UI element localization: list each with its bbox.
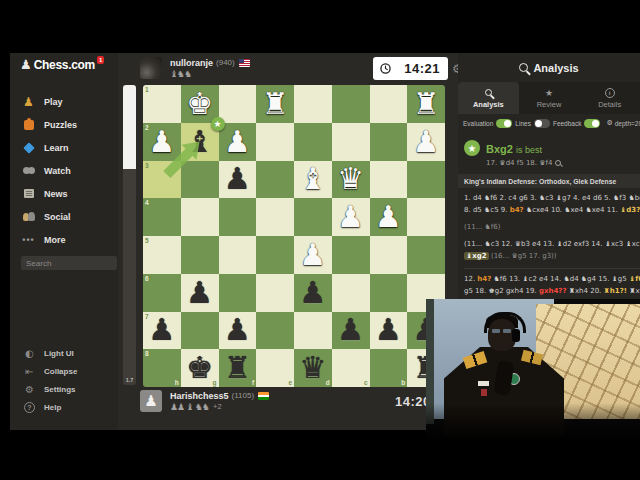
- square-h7[interactable]: ♟7: [143, 312, 181, 350]
- square-g4[interactable]: [181, 198, 219, 236]
- binoculars-icon: [21, 164, 36, 177]
- square-b8[interactable]: b: [370, 349, 408, 387]
- piece-white-queen-c3[interactable]: ♛: [332, 161, 370, 199]
- square-a3[interactable]: [407, 161, 445, 199]
- chesscom-logo[interactable]: ♟ Chess.com 1: [10, 53, 118, 82]
- piece-black-pawn-f3[interactable]: ♟: [219, 161, 257, 199]
- evaluation-bar: 1.7: [123, 85, 136, 385]
- piece-white-pawn-b4[interactable]: ♟: [370, 198, 408, 236]
- newspaper-icon: [21, 187, 36, 200]
- square-c5[interactable]: [332, 236, 370, 274]
- piece-black-rook-f8[interactable]: ♜: [219, 349, 257, 387]
- learn-icon: [21, 141, 36, 154]
- gear-icon: ⚙: [23, 384, 36, 395]
- square-b7[interactable]: ♟: [370, 312, 408, 350]
- top-clock-time: 14:21: [391, 61, 448, 76]
- collapse-icon: ⇤: [23, 366, 36, 377]
- file-label-c: c: [364, 379, 368, 386]
- rank-label-3: 3: [145, 162, 149, 169]
- square-a4[interactable]: [407, 198, 445, 236]
- webcam-name-tag: [478, 381, 489, 386]
- square-a2[interactable]: ♟: [407, 123, 445, 161]
- piece-white-rook-e1[interactable]: ♜: [256, 85, 294, 123]
- best-move-suffix: is best: [516, 145, 542, 155]
- file-label-g: g: [213, 379, 217, 386]
- square-c4[interactable]: ♟: [332, 198, 370, 236]
- square-f1[interactable]: [219, 85, 257, 123]
- rank-label-4: 4: [145, 199, 149, 206]
- square-g5[interactable]: [181, 236, 219, 274]
- best-move-san: Bxg2: [486, 143, 513, 155]
- chesscom-analysis-page: { "game": "chess", "position": { "fen": …: [0, 0, 640, 480]
- square-c2[interactable]: [332, 123, 370, 161]
- square-f7[interactable]: ♟: [219, 312, 257, 350]
- piece-white-pawn-a2[interactable]: ♟: [407, 123, 445, 161]
- move-line-2[interactable]: (11... ♞f6): [464, 221, 640, 233]
- square-f8[interactable]: ♜f: [219, 349, 257, 387]
- square-e8[interactable]: e: [256, 349, 294, 387]
- piece-white-pawn-c4[interactable]: ♟: [332, 198, 370, 236]
- move-line-1[interactable]: 8. d5 ♞c5 9. b4? ♞cxe4 10. ♞xe4 ♞xe4 11.…: [464, 204, 640, 216]
- best-move-star-badge: ★: [211, 117, 225, 131]
- india-flag-icon: [258, 392, 269, 400]
- collapse-button[interactable]: ⇤ Collapse: [10, 362, 118, 380]
- help-button[interactable]: ? Help: [10, 398, 118, 416]
- logo-pawn-icon: ♟: [20, 58, 32, 71]
- top-player-row: nulloranje (940) ♝♞♞: [140, 57, 250, 81]
- square-f3[interactable]: ♟: [219, 161, 257, 199]
- notification-badge: 1: [97, 56, 104, 64]
- file-label-e: e: [288, 379, 292, 386]
- best-move-star-icon: ★: [464, 140, 480, 156]
- square-b5[interactable]: [370, 236, 408, 274]
- sidebar-item-more[interactable]: ••• More: [10, 228, 118, 251]
- info-icon: i: [605, 88, 615, 98]
- lines-toggle[interactable]: [534, 119, 550, 128]
- light-ui-button[interactable]: ◐ Light UI: [10, 344, 118, 362]
- bottom-player-row: ♟ Harishchess5 (1105) ♟♟ ♝ ♞♞ +2: [140, 390, 269, 414]
- square-h5[interactable]: 5: [143, 236, 181, 274]
- top-player-clock: 14:21: [373, 57, 448, 80]
- square-g8[interactable]: ♚g: [181, 349, 219, 387]
- board-area: nulloranje (940) ♝♞♞ 14:21 ⚙ 1.7 1♚♜♜♟2♝…: [118, 53, 458, 430]
- square-e2[interactable]: [256, 123, 294, 161]
- question-icon: ?: [23, 402, 36, 413]
- piece-white-bishop-d3[interactable]: ♝: [294, 161, 332, 199]
- piece-white-king-g1[interactable]: ♚: [181, 85, 219, 123]
- move-line-5[interactable]: 12. h4? ♞f6 13. ♝c2 e4 14. ♞d4 ♞g4 15. ♝…: [464, 268, 640, 285]
- eval-score: 1.7: [123, 377, 136, 383]
- square-a1[interactable]: ♜: [407, 85, 445, 123]
- square-c6[interactable]: [332, 274, 370, 312]
- square-e6[interactable]: [256, 274, 294, 312]
- sidebar-item-social[interactable]: Social: [10, 205, 118, 228]
- square-e4[interactable]: [256, 198, 294, 236]
- material-advantage: +2: [213, 402, 222, 411]
- move-line-3[interactable]: (11... ♞c3 12. ♛b3 e4 13. ♝d2 exf3 14. ♝…: [464, 238, 640, 250]
- square-g3[interactable]: [181, 161, 219, 199]
- sidebar-item-watch[interactable]: Watch: [10, 159, 118, 182]
- square-h3[interactable]: 3: [143, 161, 181, 199]
- sidebar-item-learn[interactable]: Learn: [10, 136, 118, 159]
- square-f2[interactable]: ♟: [219, 123, 257, 161]
- square-d3[interactable]: ♝: [294, 161, 332, 199]
- move-line-0[interactable]: 1. d4 ♞f6 2. c4 g6 3. ♞c3 ♝g7 4. e4 d6 5…: [464, 192, 640, 204]
- line-magnifier-icon: [555, 160, 561, 166]
- sidebar-item-puzzles[interactable]: Puzzles: [10, 113, 118, 136]
- file-label-d: d: [326, 379, 330, 386]
- opening-name[interactable]: King's Indian Defense: Orthodox, Glek De…: [458, 174, 640, 188]
- square-f6[interactable]: [219, 274, 257, 312]
- bottom-player-name[interactable]: Harishchess5: [170, 391, 229, 401]
- us-flag-icon: [239, 59, 250, 67]
- square-e3[interactable]: [256, 161, 294, 199]
- move-line-6[interactable]: g5 18. ♚g2 gxh4 19. gxh4?? ♜xh4 20. ♜h1?…: [464, 285, 640, 297]
- feedback-toggle[interactable]: [584, 119, 600, 128]
- square-e1[interactable]: ♜: [256, 85, 294, 123]
- webcam-bottom-shadow: [426, 403, 640, 458]
- square-c1[interactable]: [332, 85, 370, 123]
- piece-black-pawn-c7[interactable]: ♟: [332, 312, 370, 350]
- square-d1[interactable]: [294, 85, 332, 123]
- rank-label-6: 6: [145, 275, 149, 282]
- panel-header: Analysis: [458, 53, 640, 82]
- piece-black-pawn-d6[interactable]: ♟: [294, 274, 332, 312]
- piece-white-rook-a1[interactable]: ♜: [407, 85, 445, 123]
- square-h2[interactable]: ♟2: [143, 123, 181, 161]
- square-c3[interactable]: ♛: [332, 161, 370, 199]
- square-f5[interactable]: [219, 236, 257, 274]
- top-player-rating: (940): [216, 58, 235, 67]
- square-e7[interactable]: [256, 312, 294, 350]
- file-label-f: f: [252, 379, 254, 386]
- square-f4[interactable]: [219, 198, 257, 236]
- square-b6[interactable]: [370, 274, 408, 312]
- search-input[interactable]: [21, 256, 117, 270]
- square-d2[interactable]: [294, 123, 332, 161]
- square-b4[interactable]: ♟: [370, 198, 408, 236]
- analysis-options-row: Evaluation Lines Feedback ⚙ depth=20: [458, 114, 640, 132]
- best-move-banner: ★ Bxg2is best 17. ♛d4 f5 18. ♛f4: [458, 135, 640, 171]
- evaluation-toggle[interactable]: [496, 119, 512, 128]
- webcam-red-badge: [481, 389, 487, 396]
- play-pieces-icon: ♟: [21, 95, 36, 108]
- logo-text: Chess.com: [34, 58, 95, 72]
- ellipsis-icon: •••: [21, 233, 36, 246]
- tab-analysis[interactable]: Analysis: [458, 82, 519, 114]
- settings-button[interactable]: ⚙ Settings: [10, 380, 118, 398]
- file-label-h: h: [175, 379, 179, 386]
- rank-label-7: 7: [145, 313, 149, 320]
- square-e5[interactable]: [256, 236, 294, 274]
- chess-board[interactable]: 1♚♜♜♟2♝♟♟3♟♝♛4♟♟5♟6♟♟♟7♟♟♟♟8h♚g♜fe♛dcb♜a…: [143, 85, 445, 387]
- depth-gear-icon: ⚙: [606, 119, 612, 127]
- square-g6[interactable]: ♟: [181, 274, 219, 312]
- piece-white-pawn-d5[interactable]: ♟: [294, 236, 332, 274]
- square-c7[interactable]: ♟: [332, 312, 370, 350]
- square-d7[interactable]: [294, 312, 332, 350]
- piece-black-pawn-g6[interactable]: ♟: [181, 274, 219, 312]
- tab-review[interactable]: ★ Review: [519, 82, 580, 114]
- bottom-captured-pieces: ♟♟ ♝ ♞♞ +2: [170, 401, 269, 412]
- depth-setting[interactable]: ⚙ depth=20: [606, 119, 640, 127]
- webcam-headphone-earcup: [512, 329, 520, 342]
- sidebar-item-play[interactable]: ♟ Play: [10, 90, 118, 113]
- square-g1[interactable]: ♚: [181, 85, 219, 123]
- square-d5[interactable]: ♟: [294, 236, 332, 274]
- panel-tabs: Analysis ★ Review i Details: [458, 82, 640, 114]
- sidebar: ♟ Chess.com 1 ♟ Play Puzzles Learn Watch…: [10, 53, 118, 430]
- piece-black-pawn-f7[interactable]: ♟: [219, 312, 257, 350]
- square-h8[interactable]: 8h: [143, 349, 181, 387]
- square-h4[interactable]: 4: [143, 198, 181, 236]
- magnifier-icon: [485, 88, 492, 98]
- eval-bar-white: [123, 85, 136, 169]
- file-label-b: b: [401, 379, 405, 386]
- clock-icon: [380, 63, 391, 74]
- rank-label-5: 5: [145, 237, 149, 244]
- webcam-overlay: [426, 299, 640, 458]
- move-line-4[interactable]: ♝xg2 (16... ♛g5 17. g3)): [464, 250, 640, 262]
- square-h6[interactable]: 6: [143, 274, 181, 312]
- best-move-line[interactable]: 17. ♛d4 f5 18. ♛f4: [486, 159, 561, 167]
- move-list: 1. d4 ♞f6 2. c4 g6 3. ♞c3 ♝g7 4. e4 d6 5…: [458, 188, 640, 309]
- square-b3[interactable]: [370, 161, 408, 199]
- square-g7[interactable]: [181, 312, 219, 350]
- square-b1[interactable]: [370, 85, 408, 123]
- avatar-bottom-player[interactable]: ♟: [140, 390, 162, 412]
- bottom-player-rating: (1105): [232, 391, 255, 400]
- rank-label-8: 8: [145, 350, 149, 357]
- panel-title: Analysis: [533, 62, 578, 74]
- square-d8[interactable]: ♛d: [294, 349, 332, 387]
- rank-label-1: 1: [145, 86, 149, 93]
- puzzle-icon: [21, 118, 36, 131]
- star-icon: ★: [545, 88, 553, 98]
- sidebar-item-news[interactable]: News: [10, 182, 118, 205]
- top-captured-pieces: ♝♞♞: [170, 68, 250, 79]
- top-player-name[interactable]: nulloranje: [170, 58, 213, 68]
- piece-white-pawn-f2[interactable]: ♟: [219, 123, 257, 161]
- piece-black-pawn-b7[interactable]: ♟: [370, 312, 408, 350]
- square-a5[interactable]: [407, 236, 445, 274]
- tab-details[interactable]: i Details: [579, 82, 640, 114]
- square-d4[interactable]: [294, 198, 332, 236]
- sidebar-footer: ◐ Light UI ⇤ Collapse ⚙ Settings ? Help: [10, 344, 118, 416]
- light-ui-icon: ◐: [23, 348, 36, 359]
- square-b2[interactable]: [370, 123, 408, 161]
- people-icon: [21, 210, 36, 223]
- avatar-top-player[interactable]: [140, 57, 162, 79]
- rank-label-2: 2: [145, 124, 149, 131]
- search-magnifier-icon: [519, 63, 528, 72]
- square-h1[interactable]: 1: [143, 85, 181, 123]
- square-c8[interactable]: c: [332, 349, 370, 387]
- square-d6[interactable]: ♟: [294, 274, 332, 312]
